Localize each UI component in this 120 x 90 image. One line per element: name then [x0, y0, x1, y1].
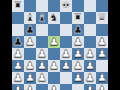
square-f6[interactable]: ♟: [72, 24, 84, 36]
black-pawn-f6[interactable]: ♟: [72, 24, 84, 36]
square-c2[interactable]: ♟: [36, 72, 48, 84]
square-c1[interactable]: [36, 84, 48, 90]
square-e3[interactable]: ♟: [60, 60, 72, 72]
square-g1[interactable]: ♟: [84, 84, 96, 90]
black-rook-a8[interactable]: ♜: [12, 0, 24, 12]
white-pawn-g2[interactable]: ♟: [84, 72, 96, 84]
square-c5[interactable]: [36, 36, 48, 48]
square-f4[interactable]: ♟: [72, 48, 84, 60]
white-pawn-h4[interactable]: ♟: [96, 48, 108, 60]
square-b2[interactable]: ♟: [24, 72, 36, 84]
square-b1[interactable]: ♟: [24, 84, 36, 90]
white-pawn-a3[interactable]: ♟: [12, 60, 24, 72]
white-pawn-f3[interactable]: ♟: [72, 60, 84, 72]
square-c6[interactable]: [36, 24, 48, 36]
square-h5[interactable]: ♟: [96, 36, 108, 48]
square-h2[interactable]: ♟: [96, 72, 108, 84]
square-f2[interactable]: ♟: [72, 72, 84, 84]
white-pawn-e3[interactable]: ♟: [60, 60, 72, 72]
square-f3[interactable]: ♟: [72, 60, 84, 72]
white-pawn-g3[interactable]: ♟: [84, 60, 96, 72]
square-g6[interactable]: [84, 24, 96, 36]
square-e2[interactable]: [60, 72, 72, 84]
square-a4[interactable]: ♟: [12, 48, 24, 60]
square-b6[interactable]: ♟: [24, 24, 36, 36]
square-h3[interactable]: [96, 60, 108, 72]
square-b4[interactable]: [24, 48, 36, 60]
square-c8[interactable]: [36, 0, 48, 12]
square-d6[interactable]: [48, 24, 60, 36]
white-pawn-b2[interactable]: ♟: [24, 72, 36, 84]
square-e8[interactable]: ♚: [60, 0, 72, 12]
square-f7[interactable]: ♜: [72, 12, 84, 24]
square-g3[interactable]: ♟: [84, 60, 96, 72]
black-rook-f7[interactable]: ♜: [72, 12, 84, 24]
white-pawn-e4[interactable]: ♟: [60, 48, 72, 60]
square-b8[interactable]: [24, 0, 36, 12]
white-pawn-f5[interactable]: ♟: [72, 36, 84, 48]
square-b3[interactable]: ♟: [24, 60, 36, 72]
white-pawn-d1[interactable]: ♟: [48, 84, 60, 90]
white-pawn-a4[interactable]: ♟: [12, 48, 24, 60]
square-d7[interactable]: ♞: [48, 12, 60, 24]
square-a3[interactable]: ♟: [12, 60, 24, 72]
black-pawn-a5[interactable]: ♟: [12, 36, 24, 48]
white-pawn-c3[interactable]: ♟: [36, 60, 48, 72]
white-pawn-g1[interactable]: ♟: [84, 84, 96, 90]
white-pawn-h5[interactable]: ♟: [96, 36, 108, 48]
black-pawn-b6[interactable]: ♟: [24, 24, 36, 36]
white-pawn-c2[interactable]: ♟: [36, 72, 48, 84]
square-e1[interactable]: [60, 84, 72, 90]
black-knight-d7[interactable]: ♞: [48, 12, 60, 24]
white-pawn-f4[interactable]: ♟: [72, 48, 84, 60]
square-a6[interactable]: [12, 24, 24, 36]
black-queen-h7[interactable]: ♛: [96, 12, 108, 24]
white-pawn-g4[interactable]: ♟: [84, 48, 96, 60]
square-h1[interactable]: ♟: [96, 84, 108, 90]
board-clip: ♜♚♝♝♞♜♛♟♟♟♟♟♟♟♟♟♟♟♟♟♟♟♟♟♟♟♟♟♟♟♟♟♟♟♟♟♟♟: [12, 0, 108, 90]
chess-board[interactable]: ♜♚♝♝♞♜♛♟♟♟♟♟♟♟♟♟♟♟♟♟♟♟♟♟♟♟♟♟♟♟♟♟♟♟♟♟♟♟: [12, 0, 108, 90]
square-h8[interactable]: [96, 0, 108, 12]
black-bishop-b7[interactable]: ♝: [24, 12, 36, 24]
square-d2[interactable]: [48, 72, 60, 84]
square-e7[interactable]: [60, 12, 72, 24]
square-c3[interactable]: ♟: [36, 60, 48, 72]
square-b5[interactable]: ♟: [24, 36, 36, 48]
square-h7[interactable]: ♛: [96, 12, 108, 24]
square-g7[interactable]: [84, 12, 96, 24]
square-e5[interactable]: [60, 36, 72, 48]
square-f8[interactable]: [72, 0, 84, 12]
square-d3[interactable]: ♟: [48, 60, 60, 72]
white-pawn-d5[interactable]: ♟: [48, 36, 60, 48]
square-d4[interactable]: [48, 48, 60, 60]
square-g8[interactable]: [84, 0, 96, 12]
square-a7[interactable]: [12, 12, 24, 24]
square-b7[interactable]: ♝: [24, 12, 36, 24]
white-pawn-b3[interactable]: ♟: [24, 60, 36, 72]
square-a2[interactable]: ♟: [12, 72, 24, 84]
square-e6[interactable]: [60, 24, 72, 36]
square-g2[interactable]: ♟: [84, 72, 96, 84]
white-pawn-b5[interactable]: ♟: [24, 36, 36, 48]
square-g5[interactable]: [84, 36, 96, 48]
square-f5[interactable]: ♟: [72, 36, 84, 48]
square-a5[interactable]: ♟: [12, 36, 24, 48]
letterbox-left: [0, 0, 12, 90]
white-pawn-a1[interactable]: ♟: [12, 84, 24, 90]
square-d5[interactable]: ♟: [48, 36, 60, 48]
square-g4[interactable]: ♟: [84, 48, 96, 60]
white-pawn-h1[interactable]: ♟: [96, 84, 108, 90]
white-pawn-h2[interactable]: ♟: [96, 72, 108, 84]
square-e4[interactable]: ♟: [60, 48, 72, 60]
white-pawn-d3[interactable]: ♟: [48, 60, 60, 72]
black-king-e8[interactable]: ♚: [60, 0, 72, 12]
square-f1[interactable]: [72, 84, 84, 90]
white-pawn-f2[interactable]: ♟: [72, 72, 84, 84]
square-c7[interactable]: ♝: [36, 12, 48, 24]
white-pawn-c4[interactable]: ♟: [36, 48, 48, 60]
white-pawn-b1[interactable]: ♟: [24, 84, 36, 90]
square-d1[interactable]: ♟: [48, 84, 60, 90]
letterbox-right: [108, 0, 120, 90]
square-d8[interactable]: [48, 0, 60, 12]
video-frame: ♜♚♝♝♞♜♛♟♟♟♟♟♟♟♟♟♟♟♟♟♟♟♟♟♟♟♟♟♟♟♟♟♟♟♟♟♟♟: [0, 0, 120, 90]
square-a1[interactable]: ♟: [12, 84, 24, 90]
square-a8[interactable]: ♜: [12, 0, 24, 12]
square-c4[interactable]: ♟: [36, 48, 48, 60]
white-pawn-a2[interactable]: ♟: [12, 72, 24, 84]
square-h4[interactable]: ♟: [96, 48, 108, 60]
square-h6[interactable]: [96, 24, 108, 36]
black-bishop-c7[interactable]: ♝: [36, 12, 48, 24]
